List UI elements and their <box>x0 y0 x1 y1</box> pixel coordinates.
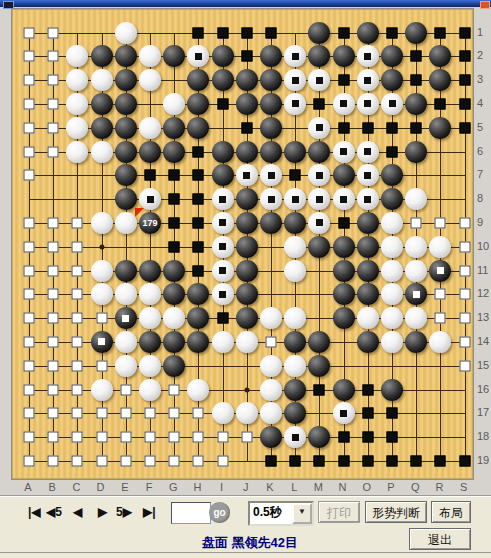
white-stone <box>260 379 282 401</box>
black-stone <box>187 69 209 91</box>
white-stone <box>115 283 137 305</box>
dead-stone-mark <box>219 243 226 250</box>
black-stone <box>381 45 403 67</box>
white-stone <box>357 45 379 67</box>
white-stone <box>212 188 234 210</box>
white-stone <box>405 307 427 329</box>
dead-stone-mark <box>389 100 396 107</box>
black-stone <box>187 307 209 329</box>
go-button[interactable]: go <box>209 502 230 523</box>
white-stone <box>212 236 234 258</box>
white-territory-marker <box>24 146 35 157</box>
white-stone <box>66 141 88 163</box>
white-territory-marker <box>24 51 35 62</box>
black-territory-marker <box>411 51 422 62</box>
black-stone <box>91 117 113 139</box>
black-territory-marker <box>193 170 204 181</box>
black-stone <box>405 93 427 115</box>
white-territory-marker <box>48 336 59 347</box>
white-stone <box>260 307 282 329</box>
black-territory-marker <box>314 384 325 395</box>
white-stone <box>284 45 306 67</box>
dead-stone-mark <box>364 77 371 84</box>
white-stone <box>115 22 137 44</box>
white-stone <box>91 379 113 401</box>
dead-stone-mark <box>147 196 154 203</box>
white-territory-marker <box>459 217 470 228</box>
dead-stone-mark <box>219 291 226 298</box>
white-stone <box>139 117 161 139</box>
row-label: 12 <box>477 287 489 299</box>
white-stone <box>381 331 403 353</box>
black-stone <box>260 45 282 67</box>
white-territory-marker <box>193 408 204 419</box>
black-stone <box>260 212 282 234</box>
white-territory-marker <box>24 217 35 228</box>
star-point <box>244 387 249 392</box>
white-territory-marker <box>96 455 107 466</box>
forward-5-button[interactable]: 5▶ <box>116 505 132 521</box>
white-territory-marker <box>459 313 470 324</box>
white-territory-marker <box>145 432 156 443</box>
row-label: 9 <box>477 216 483 228</box>
white-territory-marker <box>435 313 446 324</box>
black-stone <box>333 307 355 329</box>
dead-stone-mark <box>340 100 347 107</box>
white-territory-marker <box>24 432 35 443</box>
black-stone <box>163 260 185 282</box>
white-territory-marker <box>24 360 35 371</box>
black-territory-marker <box>193 27 204 38</box>
black-stone <box>139 331 161 353</box>
white-territory-marker <box>411 217 422 228</box>
black-territory-marker <box>435 27 446 38</box>
white-stone <box>66 45 88 67</box>
white-stone <box>357 93 379 115</box>
opening-button[interactable]: 布局 <box>431 501 471 523</box>
white-territory-marker <box>72 241 83 252</box>
white-territory-marker <box>459 241 470 252</box>
white-territory-marker <box>48 75 59 86</box>
white-stone <box>357 164 379 186</box>
white-territory-marker <box>48 122 59 133</box>
white-stone <box>139 379 161 401</box>
black-stone <box>115 164 137 186</box>
black-stone <box>236 283 258 305</box>
black-territory-marker <box>338 122 349 133</box>
black-stone <box>163 117 185 139</box>
row-label: 7 <box>477 168 483 180</box>
close-icon[interactable] <box>480 1 490 9</box>
black-stone <box>308 141 330 163</box>
white-territory-marker <box>48 98 59 109</box>
white-territory-marker <box>48 432 59 443</box>
black-territory-marker <box>387 146 398 157</box>
black-stone <box>308 22 330 44</box>
black-territory-marker <box>387 122 398 133</box>
dead-stone-mark <box>122 315 129 322</box>
dead-stone-mark <box>413 291 420 298</box>
white-territory-marker <box>120 432 131 443</box>
white-stone <box>115 331 137 353</box>
dead-stone-mark <box>316 219 323 226</box>
black-territory-marker <box>193 146 204 157</box>
white-stone <box>284 236 306 258</box>
chevron-down-icon[interactable]: ▼ <box>292 503 312 524</box>
black-stone <box>429 69 451 91</box>
black-stone <box>115 188 137 210</box>
dead-stone-mark <box>243 172 250 179</box>
white-territory-marker <box>459 265 470 276</box>
black-stone <box>115 69 137 91</box>
white-territory-marker <box>48 146 59 157</box>
black-territory-marker <box>169 217 180 228</box>
black-stone <box>187 117 209 139</box>
white-stone <box>91 260 113 282</box>
black-stone <box>357 236 379 258</box>
white-stone <box>308 164 330 186</box>
column-label: C <box>72 481 80 493</box>
black-territory-marker <box>459 51 470 62</box>
black-territory-marker <box>362 122 373 133</box>
black-stone <box>115 117 137 139</box>
white-stone <box>284 307 306 329</box>
row-label: 16 <box>477 383 489 395</box>
black-stone <box>333 164 355 186</box>
black-stone: 179 <box>139 212 161 234</box>
white-territory-marker <box>24 313 35 324</box>
move-number-label: 179 <box>139 212 161 234</box>
black-stone <box>163 45 185 67</box>
white-stone <box>260 355 282 377</box>
black-stone <box>187 93 209 115</box>
dead-stone-mark <box>292 77 299 84</box>
black-territory-marker <box>193 265 204 276</box>
column-label: D <box>97 481 105 493</box>
white-stone <box>187 45 209 67</box>
black-territory-marker <box>435 455 446 466</box>
black-stone <box>308 236 330 258</box>
black-stone <box>405 283 427 305</box>
dead-stone-mark <box>364 196 371 203</box>
column-label: O <box>363 481 372 493</box>
back-5-button[interactable]: ◀5 <box>46 505 62 521</box>
black-territory-marker <box>241 27 252 38</box>
white-territory-marker <box>48 408 59 419</box>
back-button[interactable]: ◀ <box>73 505 82 521</box>
white-stone <box>429 236 451 258</box>
row-label: 6 <box>477 145 483 157</box>
black-territory-marker <box>241 51 252 62</box>
column-label: F <box>146 481 153 493</box>
white-territory-marker <box>96 432 107 443</box>
white-stone <box>284 426 306 448</box>
white-stone <box>284 69 306 91</box>
dead-stone-mark <box>316 172 323 179</box>
white-territory-marker <box>48 51 59 62</box>
white-stone <box>187 379 209 401</box>
white-stone <box>139 188 161 210</box>
dead-stone-mark <box>364 148 371 155</box>
black-stone <box>381 188 403 210</box>
white-stone <box>212 331 234 353</box>
column-label: E <box>121 481 128 493</box>
white-stone <box>91 212 113 234</box>
dead-stone-mark <box>98 338 105 345</box>
black-stone <box>260 117 282 139</box>
dead-stone-mark <box>292 100 299 107</box>
grid-line-horizontal <box>29 461 466 462</box>
column-label: N <box>339 481 347 493</box>
white-stone <box>139 69 161 91</box>
black-territory-marker <box>314 98 325 109</box>
black-territory-marker <box>169 194 180 205</box>
black-stone <box>163 141 185 163</box>
white-stone <box>284 188 306 210</box>
white-territory-marker <box>24 98 35 109</box>
black-territory-marker <box>459 455 470 466</box>
white-stone <box>260 188 282 210</box>
white-stone <box>91 141 113 163</box>
black-stone <box>236 260 258 282</box>
black-territory-marker <box>338 75 349 86</box>
white-stone <box>236 164 258 186</box>
black-stone <box>260 93 282 115</box>
black-stone <box>308 355 330 377</box>
white-territory-marker <box>145 408 156 419</box>
white-stone <box>115 355 137 377</box>
row-label: 15 <box>477 359 489 371</box>
white-stone <box>333 402 355 424</box>
white-stone <box>284 93 306 115</box>
black-stone <box>236 307 258 329</box>
black-stone <box>236 212 258 234</box>
black-stone <box>115 141 137 163</box>
white-stone <box>212 212 234 234</box>
black-territory-marker <box>411 75 422 86</box>
black-stone <box>115 260 137 282</box>
dead-stone-mark <box>340 196 347 203</box>
black-stone <box>405 141 427 163</box>
black-territory-marker <box>411 455 422 466</box>
white-stone <box>333 93 355 115</box>
white-territory-marker <box>435 289 446 300</box>
black-stone <box>139 141 161 163</box>
white-stone <box>381 283 403 305</box>
black-territory-marker <box>193 217 204 228</box>
black-territory-marker <box>362 408 373 419</box>
black-territory-marker <box>387 432 398 443</box>
black-territory-marker <box>459 98 470 109</box>
white-territory-marker <box>24 241 35 252</box>
black-territory-marker <box>193 194 204 205</box>
white-stone <box>308 117 330 139</box>
black-territory-marker <box>459 122 470 133</box>
row-label: 2 <box>477 49 483 61</box>
black-stone <box>357 212 379 234</box>
dead-stone-mark <box>219 219 226 226</box>
go-board[interactable]: 179 <box>11 8 474 480</box>
black-territory-marker <box>338 455 349 466</box>
white-territory-marker <box>24 289 35 300</box>
white-stone <box>357 188 379 210</box>
black-territory-marker <box>387 455 398 466</box>
black-stone <box>163 355 185 377</box>
black-stone <box>357 283 379 305</box>
white-territory-marker <box>96 313 107 324</box>
white-stone <box>91 283 113 305</box>
white-stone <box>236 402 258 424</box>
white-stone <box>308 69 330 91</box>
dead-stone-mark <box>316 124 323 131</box>
white-stone <box>405 260 427 282</box>
white-territory-marker <box>169 408 180 419</box>
black-stone <box>429 117 451 139</box>
dead-stone-mark <box>316 77 323 84</box>
black-stone <box>284 402 306 424</box>
white-stone <box>212 260 234 282</box>
black-territory-marker <box>169 170 180 181</box>
white-stone <box>212 402 234 424</box>
white-stone <box>163 307 185 329</box>
black-stone <box>284 141 306 163</box>
column-label: Q <box>411 481 420 493</box>
black-stone <box>308 331 330 353</box>
black-stone <box>333 283 355 305</box>
white-territory-marker <box>24 122 35 133</box>
last-move-button[interactable]: ▶| <box>143 505 156 521</box>
print-button: 打印 <box>318 501 360 523</box>
white-territory-marker <box>145 455 156 466</box>
black-stone <box>381 379 403 401</box>
white-territory-marker <box>48 313 59 324</box>
column-label: G <box>169 481 178 493</box>
black-stone <box>212 164 234 186</box>
white-territory-marker <box>48 27 59 38</box>
white-stone <box>260 164 282 186</box>
white-territory-marker <box>48 289 59 300</box>
black-territory-marker <box>338 27 349 38</box>
black-territory-marker <box>314 455 325 466</box>
white-territory-marker <box>24 170 35 181</box>
black-stone <box>429 260 451 282</box>
white-stone <box>429 331 451 353</box>
row-label: 8 <box>477 192 483 204</box>
white-territory-marker <box>169 384 180 395</box>
column-label: H <box>193 481 201 493</box>
black-stone <box>163 283 185 305</box>
white-territory-marker <box>169 432 180 443</box>
white-stone <box>66 93 88 115</box>
dead-stone-mark <box>292 434 299 441</box>
white-territory-marker <box>435 217 446 228</box>
white-territory-marker <box>48 384 59 395</box>
white-stone <box>212 283 234 305</box>
white-territory-marker <box>72 217 83 228</box>
dead-stone-mark <box>292 53 299 60</box>
white-stone <box>284 260 306 282</box>
black-stone <box>236 188 258 210</box>
white-territory-marker <box>72 432 83 443</box>
column-label: L <box>291 481 297 493</box>
white-territory-marker <box>120 384 131 395</box>
white-territory-marker <box>120 408 131 419</box>
dead-stone-mark <box>364 172 371 179</box>
black-stone <box>187 331 209 353</box>
white-territory-marker <box>24 27 35 38</box>
star-point <box>99 244 104 249</box>
dead-stone-mark <box>219 196 226 203</box>
black-stone <box>284 379 306 401</box>
black-stone <box>284 212 306 234</box>
white-territory-marker <box>72 289 83 300</box>
row-label: 3 <box>477 73 483 85</box>
white-territory-marker <box>24 408 35 419</box>
black-stone <box>308 426 330 448</box>
judge-button[interactable]: 形势判断 <box>365 501 427 523</box>
white-territory-marker <box>24 336 35 347</box>
white-territory-marker <box>72 384 83 395</box>
column-label: M <box>314 481 323 493</box>
column-label: A <box>24 481 31 493</box>
first-move-button[interactable]: |◀ <box>28 505 41 521</box>
dead-stone-mark <box>268 196 275 203</box>
white-stone <box>260 402 282 424</box>
delay-select[interactable]: 0.5秒 ▼ <box>248 501 314 526</box>
black-stone <box>333 260 355 282</box>
white-stone <box>405 188 427 210</box>
white-stone <box>381 236 403 258</box>
white-territory-marker <box>241 432 252 443</box>
forward-button[interactable]: ▶ <box>98 505 107 521</box>
white-territory-marker <box>193 432 204 443</box>
row-label: 5 <box>477 121 483 133</box>
black-stone <box>357 331 379 353</box>
black-territory-marker <box>266 455 277 466</box>
row-label: 4 <box>477 97 483 109</box>
white-territory-marker <box>459 289 470 300</box>
black-stone <box>91 331 113 353</box>
column-label: B <box>49 481 56 493</box>
black-territory-marker <box>217 98 228 109</box>
white-territory-marker <box>266 336 277 347</box>
white-territory-marker <box>459 360 470 371</box>
black-stone <box>163 331 185 353</box>
white-territory-marker <box>24 384 35 395</box>
black-stone <box>91 45 113 67</box>
black-territory-marker <box>145 170 156 181</box>
black-stone <box>260 69 282 91</box>
window-bottom-edge <box>0 552 491 553</box>
black-stone <box>236 141 258 163</box>
column-label: K <box>266 481 273 493</box>
move-number-input[interactable] <box>171 502 211 524</box>
dead-stone-mark <box>268 172 275 179</box>
black-stone <box>115 45 137 67</box>
white-stone <box>284 355 306 377</box>
column-label: S <box>460 481 467 493</box>
black-territory-marker <box>387 27 398 38</box>
white-stone <box>381 307 403 329</box>
exit-button[interactable]: 退出 <box>409 528 471 550</box>
black-territory-marker <box>266 27 277 38</box>
black-stone <box>212 45 234 67</box>
black-territory-marker <box>338 217 349 228</box>
black-territory-marker <box>241 122 252 133</box>
column-label: P <box>387 481 394 493</box>
row-label: 14 <box>477 335 489 347</box>
black-stone <box>260 426 282 448</box>
